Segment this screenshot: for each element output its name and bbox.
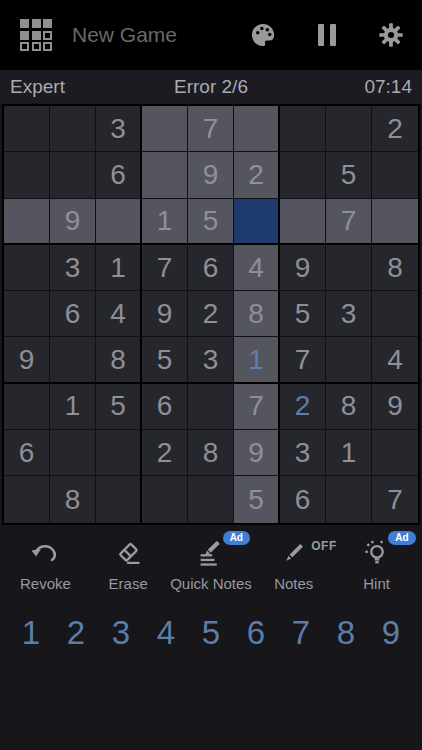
revoke-button[interactable]: Revoke: [4, 538, 87, 592]
cell-r1c3[interactable]: 3: [96, 106, 142, 152]
cell-r1c2[interactable]: [50, 106, 96, 152]
cell-r2c8[interactable]: 5: [326, 152, 372, 198]
notes-button[interactable]: OFF Notes: [252, 538, 335, 592]
timer: 07:14: [278, 76, 412, 98]
sudoku-board: 3726925915731764986492853985317415672896…: [2, 104, 420, 525]
cell-r5c7[interactable]: 5: [280, 291, 326, 337]
cell-r8c9[interactable]: [372, 430, 418, 476]
number-pad: 123456789: [0, 614, 422, 652]
cell-r9c7[interactable]: 6: [280, 476, 326, 522]
cell-r8c3[interactable]: [96, 430, 142, 476]
number-key-5[interactable]: 5: [194, 614, 228, 652]
cell-r2c4[interactable]: [142, 152, 188, 198]
pencil-icon: OFF: [281, 538, 307, 568]
ad-badge: Ad: [223, 531, 250, 545]
cell-r1c6[interactable]: [234, 106, 280, 152]
cell-r7c4[interactable]: 6: [142, 384, 188, 430]
cell-r9c1[interactable]: [4, 476, 50, 522]
cell-r4c4[interactable]: 7: [142, 245, 188, 291]
cell-r9c6[interactable]: 5: [234, 476, 280, 522]
cell-r5c2[interactable]: 6: [50, 291, 96, 337]
cell-r4c7[interactable]: 9: [280, 245, 326, 291]
cell-r4c9[interactable]: 8: [372, 245, 418, 291]
cell-r6c1[interactable]: 9: [4, 337, 50, 383]
cell-r5c5[interactable]: 2: [188, 291, 234, 337]
settings-icon[interactable]: [374, 18, 408, 52]
cell-r2c3[interactable]: 6: [96, 152, 142, 198]
cell-r5c6[interactable]: 8: [234, 291, 280, 337]
cell-r3c5[interactable]: 5: [188, 199, 234, 245]
cell-r7c6[interactable]: 7: [234, 384, 280, 430]
number-key-7[interactable]: 7: [284, 614, 318, 652]
cell-r4c5[interactable]: 6: [188, 245, 234, 291]
cell-r6c8[interactable]: [326, 337, 372, 383]
cell-r7c5[interactable]: [188, 384, 234, 430]
number-key-4[interactable]: 4: [149, 614, 183, 652]
top-bar: New Game: [0, 0, 422, 70]
cell-r6c5[interactable]: 3: [188, 337, 234, 383]
cell-r8c8[interactable]: 1: [326, 430, 372, 476]
number-key-6[interactable]: 6: [239, 614, 273, 652]
cell-r7c1[interactable]: [4, 384, 50, 430]
erase-button[interactable]: Erase: [87, 538, 170, 592]
cell-r6c7[interactable]: 7: [280, 337, 326, 383]
tool-label: Quick Notes: [170, 575, 252, 592]
lightbulb-icon: Ad: [362, 538, 392, 568]
status-bar: Expert Error 2/6 07:14: [0, 70, 422, 103]
cell-r2c9[interactable]: [372, 152, 418, 198]
tool-label: Hint: [363, 575, 390, 592]
cell-r7c3[interactable]: 5: [96, 384, 142, 430]
cell-r9c4[interactable]: [142, 476, 188, 522]
cell-r8c1[interactable]: 6: [4, 430, 50, 476]
cell-r5c3[interactable]: 4: [96, 291, 142, 337]
cell-r3c8[interactable]: 7: [326, 199, 372, 245]
cell-r3c4[interactable]: 1: [142, 199, 188, 245]
cell-r6c3[interactable]: 8: [96, 337, 142, 383]
cell-r9c3[interactable]: [96, 476, 142, 522]
palette-icon[interactable]: [246, 18, 280, 52]
difficulty-label: Expert: [10, 76, 144, 98]
eraser-icon: [114, 538, 142, 568]
cell-r1c8[interactable]: [326, 106, 372, 152]
cell-r8c4[interactable]: 2: [142, 430, 188, 476]
cell-r3c1[interactable]: [4, 199, 50, 245]
pause-icon[interactable]: [310, 18, 344, 52]
tool-label: Revoke: [20, 575, 71, 592]
cell-r3c9[interactable]: [372, 199, 418, 245]
toolbar: Revoke Erase: [0, 538, 422, 592]
cell-r7c9[interactable]: 9: [372, 384, 418, 430]
quick-notes-button[interactable]: Ad Quick Notes: [170, 538, 253, 592]
cell-r8c7[interactable]: 3: [280, 430, 326, 476]
hint-button[interactable]: Ad Hint: [335, 538, 418, 592]
cell-r1c7[interactable]: [280, 106, 326, 152]
tool-label: Erase: [109, 575, 148, 592]
cell-r5c9[interactable]: [372, 291, 418, 337]
cell-r3c2[interactable]: 9: [50, 199, 96, 245]
cell-r6c4[interactable]: 5: [142, 337, 188, 383]
cell-r1c1[interactable]: [4, 106, 50, 152]
cell-r3c6[interactable]: [234, 199, 280, 245]
tool-label: Notes: [274, 575, 313, 592]
number-key-9[interactable]: 9: [374, 614, 408, 652]
cell-r4c6[interactable]: 4: [234, 245, 280, 291]
cell-r5c1[interactable]: [4, 291, 50, 337]
cell-r1c4[interactable]: [142, 106, 188, 152]
cell-r7c2[interactable]: 1: [50, 384, 96, 430]
cell-r8c6[interactable]: 9: [234, 430, 280, 476]
cell-r4c3[interactable]: 1: [96, 245, 142, 291]
cell-r4c8[interactable]: [326, 245, 372, 291]
number-key-8[interactable]: 8: [329, 614, 363, 652]
cell-r6c6[interactable]: 1: [234, 337, 280, 383]
cell-r7c8[interactable]: 8: [326, 384, 372, 430]
cell-r4c2[interactable]: 3: [50, 245, 96, 291]
cell-r1c9[interactable]: 2: [372, 106, 418, 152]
cell-r9c9[interactable]: 7: [372, 476, 418, 522]
cell-r5c4[interactable]: 9: [142, 291, 188, 337]
cell-r7c7[interactable]: 2: [280, 384, 326, 430]
cell-r2c2[interactable]: [50, 152, 96, 198]
cell-r6c2[interactable]: [50, 337, 96, 383]
cell-r2c1[interactable]: [4, 152, 50, 198]
pencil-lines-icon: Ad: [196, 538, 226, 568]
cell-r2c6[interactable]: 2: [234, 152, 280, 198]
number-key-2[interactable]: 2: [59, 614, 93, 652]
app-grid-icon[interactable]: [20, 19, 52, 51]
cell-r2c5[interactable]: 9: [188, 152, 234, 198]
cell-r3c3[interactable]: [96, 199, 142, 245]
cell-r3c7[interactable]: [280, 199, 326, 245]
cell-r1c5[interactable]: 7: [188, 106, 234, 152]
cell-r8c5[interactable]: 8: [188, 430, 234, 476]
notes-state: OFF: [311, 539, 337, 553]
ad-badge: Ad: [388, 531, 415, 545]
cell-r9c8[interactable]: [326, 476, 372, 522]
page-title: New Game: [72, 23, 177, 47]
number-key-1[interactable]: 1: [14, 614, 48, 652]
undo-icon: [30, 538, 60, 568]
cell-r8c2[interactable]: [50, 430, 96, 476]
cell-r5c8[interactable]: 3: [326, 291, 372, 337]
cell-r6c9[interactable]: 4: [372, 337, 418, 383]
cell-r2c7[interactable]: [280, 152, 326, 198]
error-counter: Error 2/6: [144, 76, 278, 98]
cell-r9c5[interactable]: [188, 476, 234, 522]
number-key-3[interactable]: 3: [104, 614, 138, 652]
cell-r4c1[interactable]: [4, 245, 50, 291]
cell-r9c2[interactable]: 8: [50, 476, 96, 522]
